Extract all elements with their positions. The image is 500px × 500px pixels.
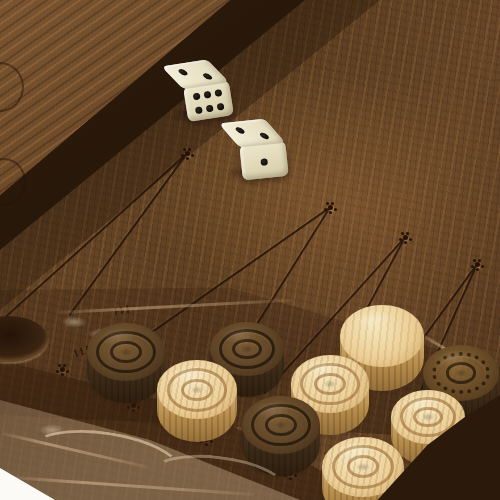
checker-center: [356, 463, 369, 472]
checker-dark[interactable]: [87, 323, 165, 404]
checker-top: [87, 323, 165, 381]
backgammon-board-photo: [0, 0, 500, 500]
checker-center: [324, 380, 337, 388]
checker-center: [455, 369, 467, 377]
checker-center: [422, 413, 434, 421]
checker-center: [120, 348, 133, 356]
checker-center: [275, 421, 288, 429]
checker-light[interactable]: [157, 360, 237, 443]
checker-center: [241, 345, 253, 353]
checker-top: [242, 396, 320, 454]
